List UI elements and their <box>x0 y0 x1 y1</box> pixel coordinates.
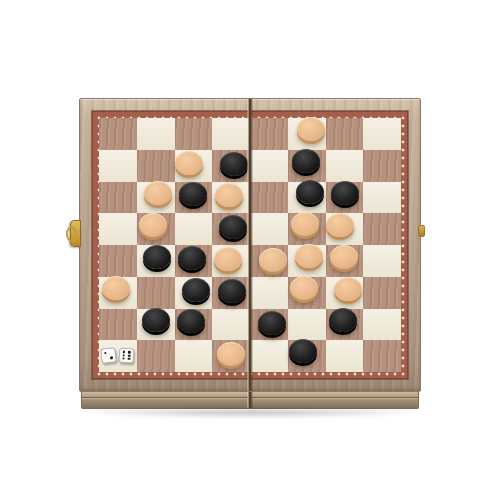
checker-black[interactable] <box>220 152 248 176</box>
board-square-e3[interactable] <box>250 277 288 309</box>
checker-black[interactable] <box>331 181 359 205</box>
board-square-g4[interactable] <box>326 245 364 277</box>
board-square-e4[interactable] <box>250 245 288 277</box>
board-square-d8[interactable] <box>212 118 250 150</box>
board-square-a4[interactable] <box>99 245 137 277</box>
die-pip <box>104 352 107 355</box>
board-surface <box>79 98 421 392</box>
checker-wood[interactable] <box>214 247 242 271</box>
die-showing-6[interactable] <box>119 348 135 364</box>
board-square-c1[interactable] <box>175 340 213 372</box>
checker-wood[interactable] <box>139 213 167 237</box>
checker-wood[interactable] <box>290 276 318 300</box>
board-square-c2[interactable] <box>175 309 213 341</box>
board-square-f2[interactable] <box>288 309 326 341</box>
checker-wood[interactable] <box>144 181 172 205</box>
board-square-d3[interactable] <box>212 277 250 309</box>
brass-clasp-ring <box>66 226 77 242</box>
die-pip <box>123 354 126 357</box>
board-square-a6[interactable] <box>99 182 137 214</box>
board-square-d2[interactable] <box>212 309 250 341</box>
board-square-c5[interactable] <box>175 213 213 245</box>
board-square-g2[interactable] <box>326 309 364 341</box>
board-square-c3[interactable] <box>175 277 213 309</box>
checker-wood[interactable] <box>297 117 325 141</box>
checker-black[interactable] <box>329 308 357 332</box>
checker-wood[interactable] <box>326 213 354 237</box>
checker-black[interactable] <box>289 339 317 363</box>
board-square-e6[interactable] <box>250 182 288 214</box>
board-square-g5[interactable] <box>326 213 364 245</box>
checker-wood[interactable] <box>217 342 245 366</box>
board-square-b1[interactable] <box>137 340 175 372</box>
board-square-c7[interactable] <box>175 150 213 182</box>
board-square-d1[interactable] <box>212 340 250 372</box>
die-showing-2[interactable] <box>100 347 117 364</box>
checker-wood[interactable] <box>295 244 323 268</box>
brass-hinge-pin <box>418 225 425 237</box>
board-square-f3[interactable] <box>288 277 326 309</box>
board-square-c8[interactable] <box>175 118 213 150</box>
checker-black[interactable] <box>179 182 207 206</box>
board-square-h3[interactable] <box>363 277 401 309</box>
die-pip <box>110 356 113 359</box>
brass-clasp-latch <box>70 220 81 247</box>
board-square-g8[interactable] <box>326 118 364 150</box>
board-square-b2[interactable] <box>137 309 175 341</box>
checkers-board-box <box>79 98 421 417</box>
checker-black[interactable] <box>143 245 171 269</box>
checker-black[interactable] <box>182 278 210 302</box>
checker-black[interactable] <box>177 309 205 333</box>
board-square-h8[interactable] <box>363 118 401 150</box>
board-square-g7[interactable] <box>326 150 364 182</box>
board-square-d7[interactable] <box>212 150 250 182</box>
board-square-a3[interactable] <box>99 277 137 309</box>
checker-black[interactable] <box>219 215 247 239</box>
checker-black[interactable] <box>292 149 320 173</box>
board-square-d4[interactable] <box>212 245 250 277</box>
checker-wood[interactable] <box>330 245 358 269</box>
checker-wood[interactable] <box>334 277 362 301</box>
board-square-b5[interactable] <box>137 213 175 245</box>
board-square-c4[interactable] <box>175 245 213 277</box>
board-square-b7[interactable] <box>137 150 175 182</box>
board-square-f5[interactable] <box>288 213 326 245</box>
board-square-d6[interactable] <box>212 182 250 214</box>
box-front-seam <box>247 392 253 408</box>
box-front-panel <box>81 392 419 409</box>
checker-wood[interactable] <box>102 276 130 300</box>
board-square-d5[interactable] <box>212 213 250 245</box>
board-square-e5[interactable] <box>250 213 288 245</box>
board-square-g3[interactable] <box>326 277 364 309</box>
board-square-h1[interactable] <box>363 340 401 372</box>
box-cast-shadow <box>87 410 413 417</box>
board-square-f6[interactable] <box>288 182 326 214</box>
die-pip <box>122 357 125 360</box>
board-square-g1[interactable] <box>326 340 364 372</box>
board-square-h2[interactable] <box>363 309 401 341</box>
checker-black[interactable] <box>296 180 324 204</box>
board-square-c6[interactable] <box>175 182 213 214</box>
die-pip <box>123 351 126 354</box>
board-square-b4[interactable] <box>137 245 175 277</box>
checker-wood[interactable] <box>291 212 319 236</box>
dice-pair <box>101 348 134 363</box>
checker-black[interactable] <box>142 308 170 332</box>
board-square-f7[interactable] <box>288 150 326 182</box>
board-square-e2[interactable] <box>250 309 288 341</box>
board-square-b6[interactable] <box>137 182 175 214</box>
board-square-e8[interactable] <box>250 118 288 150</box>
board-square-b8[interactable] <box>137 118 175 150</box>
board-square-a7[interactable] <box>99 150 137 182</box>
board-square-h7[interactable] <box>363 150 401 182</box>
checker-wood[interactable] <box>175 151 203 175</box>
die-pip <box>128 354 131 357</box>
board-fold-seam <box>247 99 253 391</box>
checker-black[interactable] <box>178 246 206 270</box>
checker-black[interactable] <box>258 311 286 335</box>
board-square-e7[interactable] <box>250 150 288 182</box>
die-pip <box>128 358 131 361</box>
die-pip <box>128 351 131 354</box>
board-square-h4[interactable] <box>363 245 401 277</box>
board-square-b3[interactable] <box>137 277 175 309</box>
board-square-f4[interactable] <box>288 245 326 277</box>
checker-wood[interactable] <box>215 183 243 207</box>
board-square-e1[interactable] <box>250 340 288 372</box>
board-square-f1[interactable] <box>288 340 326 372</box>
board-square-h6[interactable] <box>363 182 401 214</box>
checker-black[interactable] <box>218 279 246 303</box>
board-square-h5[interactable] <box>363 213 401 245</box>
board-square-g6[interactable] <box>326 182 364 214</box>
board-square-a8[interactable] <box>99 118 137 150</box>
checker-wood[interactable] <box>259 248 287 272</box>
board-square-a5[interactable] <box>99 213 137 245</box>
board-square-f8[interactable] <box>288 118 326 150</box>
board-square-a2[interactable] <box>99 309 137 341</box>
